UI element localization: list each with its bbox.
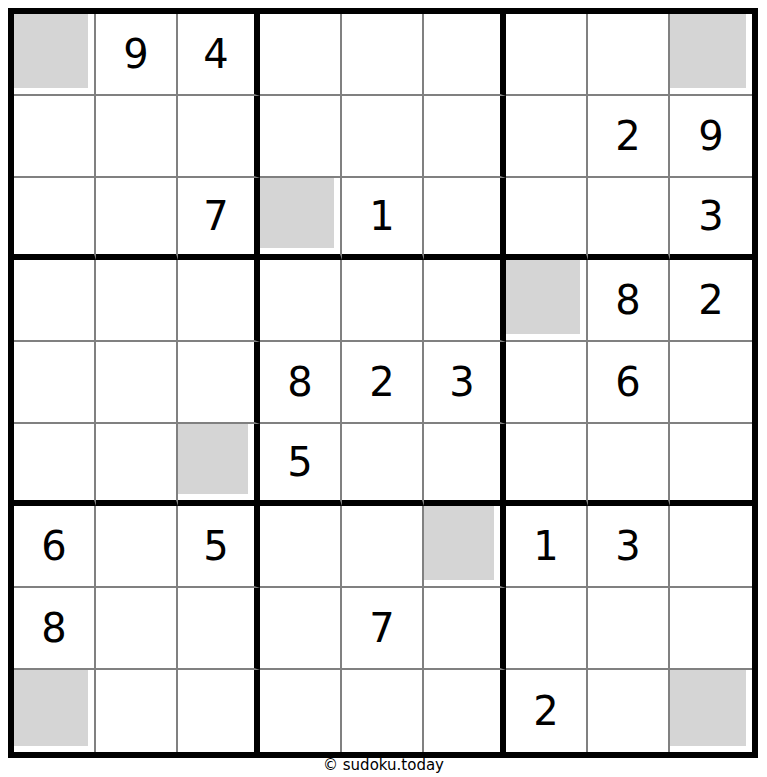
cell-r3c1[interactable] (14, 178, 96, 260)
shaded-cell-marker (506, 260, 580, 334)
cell-r3c3[interactable]: 7 (178, 178, 260, 260)
given-digit: 1 (369, 196, 394, 236)
cell-r4c7[interactable] (506, 260, 588, 342)
cell-r5c1[interactable] (14, 342, 96, 424)
given-digit: 1 (533, 526, 558, 566)
cell-r6c2[interactable] (96, 424, 178, 506)
cell-r9c5[interactable] (342, 670, 424, 752)
cell-r4c2[interactable] (96, 260, 178, 342)
given-digit: 5 (287, 442, 312, 482)
given-digit: 6 (41, 526, 66, 566)
shaded-cell-marker (670, 14, 746, 88)
cell-r7c1[interactable]: 6 (14, 506, 96, 588)
cell-r2c8[interactable]: 2 (588, 96, 670, 178)
cell-r6c5[interactable] (342, 424, 424, 506)
cell-r8c4[interactable] (260, 588, 342, 670)
cell-r5c5[interactable]: 2 (342, 342, 424, 424)
cell-r2c7[interactable] (506, 96, 588, 178)
cell-r8c7[interactable] (506, 588, 588, 670)
given-digit: 7 (203, 196, 228, 236)
cell-r8c1[interactable]: 8 (14, 588, 96, 670)
cell-r5c6[interactable]: 3 (424, 342, 506, 424)
cell-r9c2[interactable] (96, 670, 178, 752)
given-digit: 7 (369, 608, 394, 648)
cell-r5c7[interactable] (506, 342, 588, 424)
cell-r1c8[interactable] (588, 14, 670, 96)
sudoku-page: 942971382823656513872 © sudoku.today (0, 0, 767, 777)
cell-r4c9[interactable]: 2 (670, 260, 752, 342)
shaded-cell-marker (178, 424, 248, 494)
cell-r1c4[interactable] (260, 14, 342, 96)
cell-r1c3[interactable]: 4 (178, 14, 260, 96)
given-digit: 2 (533, 691, 558, 731)
cell-r3c5[interactable]: 1 (342, 178, 424, 260)
cell-r8c5[interactable]: 7 (342, 588, 424, 670)
given-digit: 8 (615, 280, 640, 320)
cell-r6c1[interactable] (14, 424, 96, 506)
cell-r3c8[interactable] (588, 178, 670, 260)
given-digit: 8 (41, 608, 66, 648)
cell-r8c8[interactable] (588, 588, 670, 670)
cell-r6c6[interactable] (424, 424, 506, 506)
cell-r4c6[interactable] (424, 260, 506, 342)
given-digit: 4 (203, 34, 228, 74)
cell-r8c2[interactable] (96, 588, 178, 670)
shaded-cell-marker (260, 178, 334, 248)
cell-r7c7[interactable]: 1 (506, 506, 588, 588)
given-digit: 5 (203, 526, 228, 566)
cell-r8c9[interactable] (670, 588, 752, 670)
cell-r9c9[interactable] (670, 670, 752, 752)
cell-r7c2[interactable] (96, 506, 178, 588)
cell-r1c1[interactable] (14, 14, 96, 96)
cell-r3c9[interactable]: 3 (670, 178, 752, 260)
cell-r6c7[interactable] (506, 424, 588, 506)
cell-r6c3[interactable] (178, 424, 260, 506)
shaded-cell-marker (14, 670, 88, 746)
cell-r6c8[interactable] (588, 424, 670, 506)
cell-r2c6[interactable] (424, 96, 506, 178)
shaded-cell-marker (14, 14, 88, 88)
cell-r3c6[interactable] (424, 178, 506, 260)
cell-r5c8[interactable]: 6 (588, 342, 670, 424)
cell-r3c7[interactable] (506, 178, 588, 260)
cell-r7c6[interactable] (424, 506, 506, 588)
cell-r2c5[interactable] (342, 96, 424, 178)
cell-r1c7[interactable] (506, 14, 588, 96)
cell-r8c6[interactable] (424, 588, 506, 670)
cell-r1c2[interactable]: 9 (96, 14, 178, 96)
cell-r5c4[interactable]: 8 (260, 342, 342, 424)
cell-r7c3[interactable]: 5 (178, 506, 260, 588)
shaded-cell-marker (670, 670, 746, 746)
given-digit: 3 (449, 362, 474, 402)
cell-r9c3[interactable] (178, 670, 260, 752)
sudoku-board: 942971382823656513872 (8, 8, 758, 758)
cell-r2c3[interactable] (178, 96, 260, 178)
cell-r1c5[interactable] (342, 14, 424, 96)
cell-r2c9[interactable]: 9 (670, 96, 752, 178)
given-digit: 3 (615, 526, 640, 566)
cell-r2c4[interactable] (260, 96, 342, 178)
site-credit: © sudoku.today (0, 756, 767, 774)
cell-r1c9[interactable] (670, 14, 752, 96)
cell-r4c5[interactable] (342, 260, 424, 342)
given-digit: 9 (698, 116, 723, 156)
cell-r2c1[interactable] (14, 96, 96, 178)
cell-r9c6[interactable] (424, 670, 506, 752)
given-digit: 2 (615, 116, 640, 156)
cell-r7c9[interactable] (670, 506, 752, 588)
cell-r6c9[interactable] (670, 424, 752, 506)
cell-r6c4[interactable]: 5 (260, 424, 342, 506)
cell-r4c1[interactable] (14, 260, 96, 342)
cell-r5c9[interactable] (670, 342, 752, 424)
cell-r4c4[interactable] (260, 260, 342, 342)
cell-r9c4[interactable] (260, 670, 342, 752)
cell-r8c3[interactable] (178, 588, 260, 670)
cell-r2c2[interactable] (96, 96, 178, 178)
cell-r9c1[interactable] (14, 670, 96, 752)
cell-r5c2[interactable] (96, 342, 178, 424)
given-digit: 2 (369, 362, 394, 402)
given-digit: 2 (698, 280, 723, 320)
cell-r9c7[interactable]: 2 (506, 670, 588, 752)
cell-r5c3[interactable] (178, 342, 260, 424)
cell-r9c8[interactable] (588, 670, 670, 752)
given-digit: 8 (287, 362, 312, 402)
cell-r4c3[interactable] (178, 260, 260, 342)
given-digit: 9 (123, 34, 148, 74)
cell-r7c4[interactable] (260, 506, 342, 588)
cell-r1c6[interactable] (424, 14, 506, 96)
cell-r7c8[interactable]: 3 (588, 506, 670, 588)
cell-r4c8[interactable]: 8 (588, 260, 670, 342)
shaded-cell-marker (424, 506, 494, 580)
cell-r7c5[interactable] (342, 506, 424, 588)
cell-r3c4[interactable] (260, 178, 342, 260)
given-digit: 6 (615, 362, 640, 402)
cell-r3c2[interactable] (96, 178, 178, 260)
given-digit: 3 (698, 196, 723, 236)
